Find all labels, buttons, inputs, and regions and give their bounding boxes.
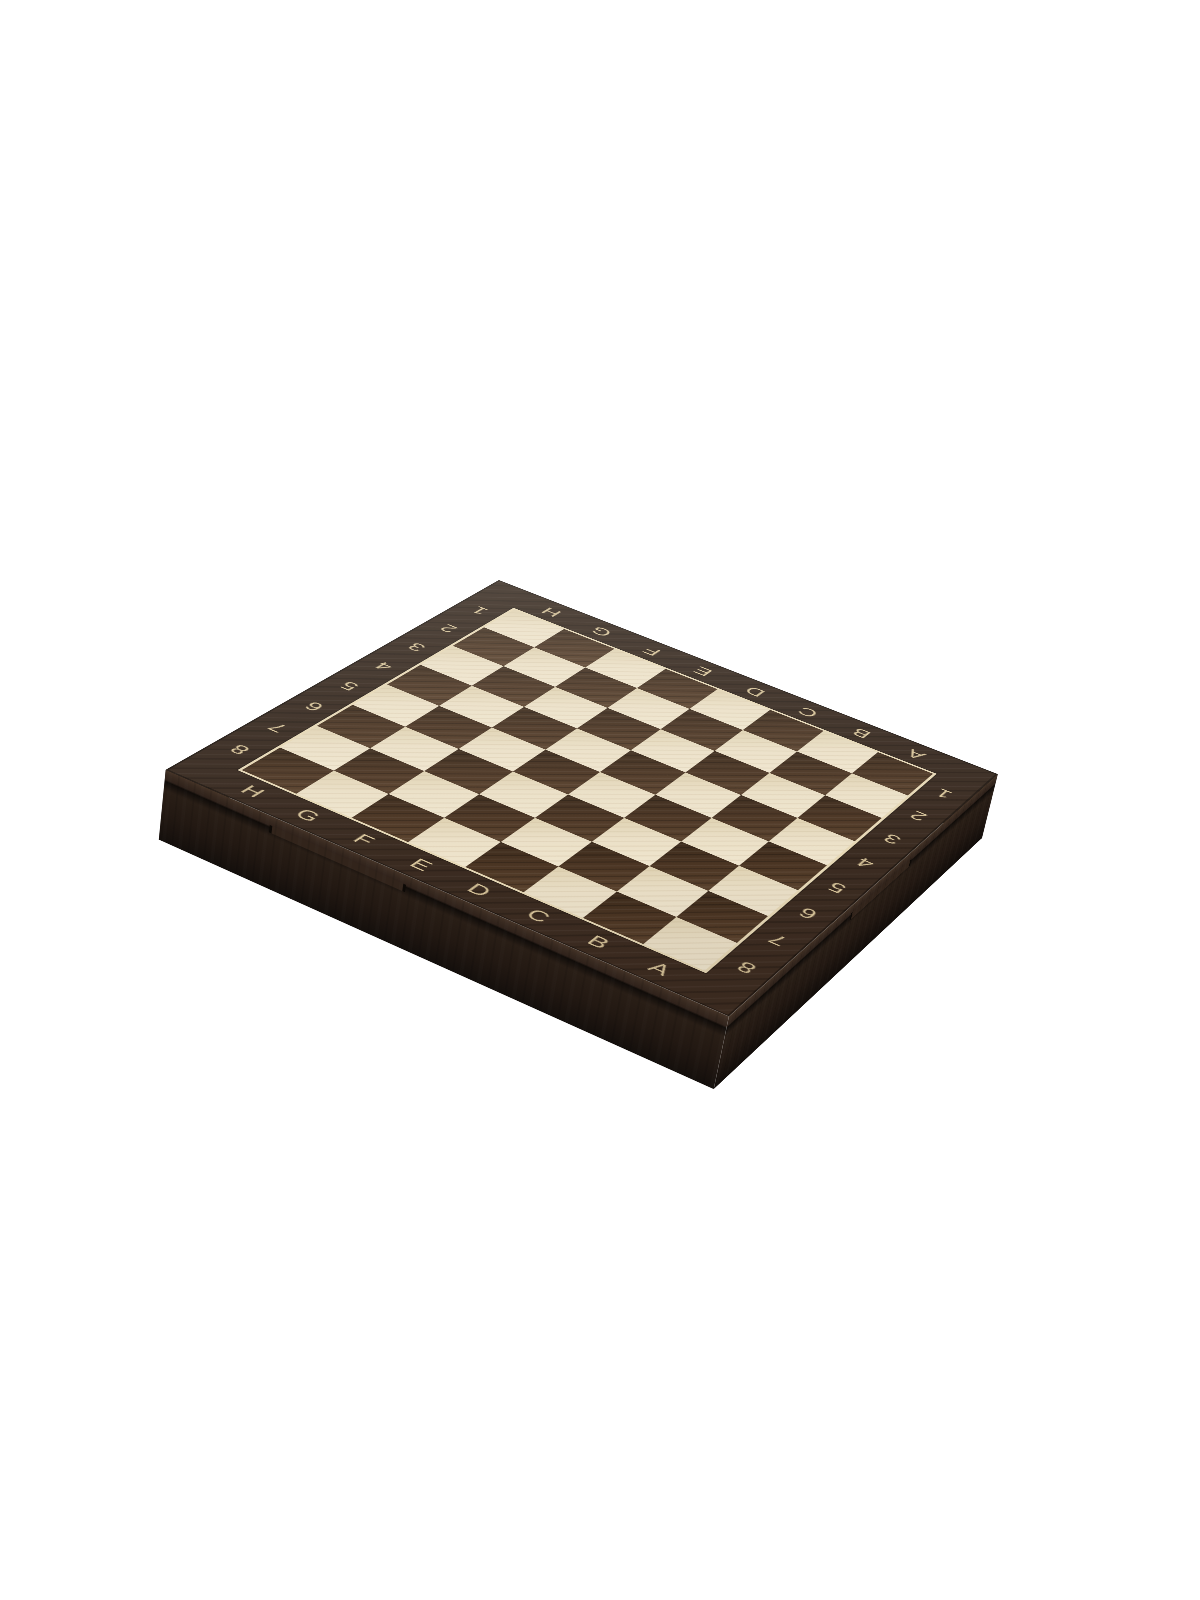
square-b7 <box>617 866 708 917</box>
square-g8 <box>296 771 388 818</box>
square-a4 <box>769 818 855 865</box>
square-h7 <box>280 726 370 771</box>
board-3d-stage: AABBCCDDEEFFGGHH8877665544332211 <box>0 0 1200 1600</box>
square-e8 <box>408 818 501 867</box>
square-h8 <box>242 748 334 794</box>
rank-label-h-side-8: 8 <box>198 729 280 770</box>
square-a7 <box>676 891 768 943</box>
square-e6 <box>479 772 568 818</box>
square-a8 <box>643 917 737 971</box>
square-b8 <box>583 892 676 945</box>
square-d6 <box>535 795 624 842</box>
square-f7 <box>389 771 480 818</box>
square-b5 <box>681 818 769 866</box>
square-f8 <box>352 794 445 842</box>
square-c7 <box>558 842 649 892</box>
square-d7 <box>501 818 592 867</box>
square-f6 <box>424 749 513 794</box>
square-b6 <box>650 842 739 891</box>
square-d8 <box>465 842 558 892</box>
square-a6 <box>708 866 798 916</box>
chess-box-board: AABBCCDDEEFFGGHH8877665544332211 <box>166 580 998 1017</box>
product-photo-canvas: AABBCCDDEEFFGGHH8877665544332211 <box>0 0 1200 1600</box>
square-g7 <box>334 748 424 794</box>
square-c5 <box>624 795 711 842</box>
square-a5 <box>739 841 827 890</box>
square-c6 <box>592 818 681 866</box>
square-e7 <box>444 794 535 842</box>
square-c8 <box>524 867 617 918</box>
